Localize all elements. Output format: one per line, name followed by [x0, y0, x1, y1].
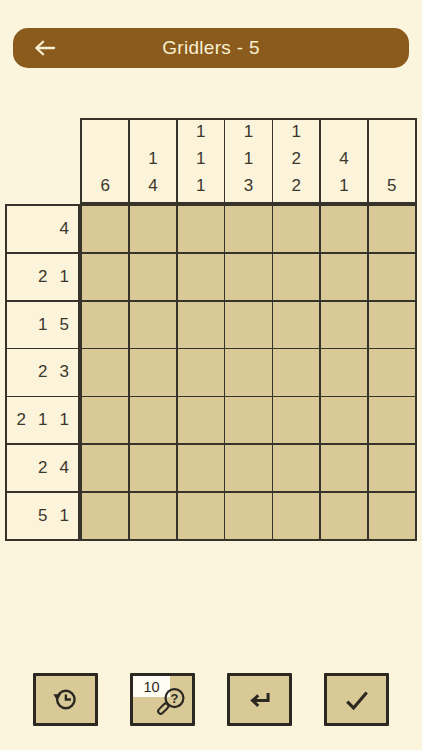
- clue-number: 4: [148, 176, 157, 196]
- grid-cell[interactable]: [82, 254, 128, 300]
- clue-number: 2: [292, 176, 301, 196]
- clue-number: 1: [60, 506, 69, 526]
- grid-cell[interactable]: [273, 397, 319, 443]
- clue-number: 5: [387, 176, 396, 196]
- clue-number: 1: [148, 149, 157, 169]
- clue-number: 4: [60, 458, 69, 478]
- clue-number: 3: [244, 176, 253, 196]
- grid-cell[interactable]: [130, 254, 176, 300]
- grid-cell[interactable]: [82, 206, 128, 252]
- grid-cell[interactable]: [273, 254, 319, 300]
- row-clue-cell: 15: [7, 302, 78, 348]
- grid-cell[interactable]: [321, 206, 367, 252]
- col-clue-cell: 6: [82, 120, 128, 202]
- grid-cell[interactable]: [82, 302, 128, 348]
- col-clue-cell: 41: [321, 120, 367, 202]
- row-clue-cell: 4: [7, 206, 78, 252]
- clue-number: 1: [196, 176, 205, 196]
- col-clue-cell: 14: [130, 120, 176, 202]
- clue-number: 1: [196, 149, 205, 169]
- grid-cell[interactable]: [178, 206, 224, 252]
- grid-cell[interactable]: [273, 302, 319, 348]
- grid-cell[interactable]: [369, 445, 415, 491]
- grid-cell[interactable]: [225, 493, 271, 539]
- grid-cell[interactable]: [130, 302, 176, 348]
- page-title: Gridlers - 5: [162, 37, 260, 59]
- back-arrow-icon: [33, 39, 56, 57]
- grid-cell[interactable]: [369, 397, 415, 443]
- grid-cell[interactable]: [130, 493, 176, 539]
- gridlers-screen: Gridlers - 5 614111113122415 42115232112…: [0, 0, 422, 750]
- grid-cell[interactable]: [130, 397, 176, 443]
- grid-cell[interactable]: [130, 349, 176, 395]
- magnifier-question-icon: ?: [151, 683, 189, 721]
- clue-number: 2: [38, 458, 47, 478]
- row-clue-cell: 24: [7, 445, 78, 491]
- grid-cell[interactable]: [225, 349, 271, 395]
- grid-cell[interactable]: [273, 493, 319, 539]
- grid-cell[interactable]: [178, 397, 224, 443]
- row-clues: 42115232112451: [5, 204, 80, 541]
- row-clue-cell: 211: [7, 397, 78, 443]
- grid-cell[interactable]: [273, 445, 319, 491]
- row-clue-cell: 23: [7, 349, 78, 395]
- grid-cell[interactable]: [369, 302, 415, 348]
- grid-cell[interactable]: [178, 302, 224, 348]
- svg-text:?: ?: [171, 691, 179, 706]
- clue-number: 6: [100, 176, 109, 196]
- puzzle-grid: [80, 204, 417, 541]
- grid-cell[interactable]: [369, 493, 415, 539]
- clue-number: 5: [38, 506, 47, 526]
- clue-number: 1: [339, 176, 348, 196]
- grid-cell[interactable]: [82, 445, 128, 491]
- grid-cell[interactable]: [369, 206, 415, 252]
- grid-cell[interactable]: [321, 349, 367, 395]
- grid-cell[interactable]: [82, 493, 128, 539]
- grid-cell[interactable]: [178, 349, 224, 395]
- grid-cell[interactable]: [273, 206, 319, 252]
- clue-number: 1: [244, 149, 253, 169]
- grid-cell[interactable]: [273, 349, 319, 395]
- back-button[interactable]: [23, 28, 65, 68]
- checkmark-icon: [341, 686, 373, 714]
- clue-number: 5: [60, 315, 69, 335]
- hint-button[interactable]: 10 ?: [130, 673, 195, 726]
- col-clue-cell: 111: [178, 120, 224, 202]
- row-clue-cell: 51: [7, 493, 78, 539]
- clue-number: 2: [292, 149, 301, 169]
- grid-cell[interactable]: [82, 397, 128, 443]
- clue-number: 2: [38, 267, 47, 287]
- grid-cell[interactable]: [321, 493, 367, 539]
- return-button[interactable]: [227, 673, 292, 726]
- check-button[interactable]: [324, 673, 389, 726]
- col-clue-cell: 5: [369, 120, 415, 202]
- clue-number: 4: [339, 149, 348, 169]
- clue-number: 2: [38, 362, 47, 382]
- grid-cell[interactable]: [130, 206, 176, 252]
- history-clock-icon: [50, 684, 81, 715]
- clue-number: 1: [196, 122, 205, 142]
- column-clues: 614111113122415: [80, 118, 417, 204]
- clue-number: 1: [38, 315, 47, 335]
- grid-cell[interactable]: [225, 445, 271, 491]
- grid-cell[interactable]: [178, 254, 224, 300]
- grid-cell[interactable]: [178, 493, 224, 539]
- grid-cell[interactable]: [321, 302, 367, 348]
- col-clue-cell: 122: [273, 120, 319, 202]
- header-bar: Gridlers - 5: [13, 28, 409, 68]
- grid-cell[interactable]: [225, 302, 271, 348]
- toolbar: 10 ?: [33, 673, 389, 726]
- grid-cell[interactable]: [225, 206, 271, 252]
- clue-number: 2: [17, 410, 26, 430]
- grid-cell[interactable]: [225, 254, 271, 300]
- clue-number: 4: [60, 219, 69, 239]
- grid-cell[interactable]: [321, 254, 367, 300]
- grid-cell[interactable]: [369, 254, 415, 300]
- grid-cell[interactable]: [369, 349, 415, 395]
- clue-number: 1: [244, 122, 253, 142]
- grid-cell[interactable]: [178, 445, 224, 491]
- grid-cell[interactable]: [321, 445, 367, 491]
- undo-history-button[interactable]: [33, 673, 98, 726]
- clue-number: 1: [38, 410, 47, 430]
- grid-cell[interactable]: [321, 397, 367, 443]
- return-arrow-icon: [245, 686, 275, 714]
- clue-number: 1: [292, 122, 301, 142]
- row-clue-cell: 21: [7, 254, 78, 300]
- clue-number: 3: [60, 362, 69, 382]
- grid-cell[interactable]: [130, 445, 176, 491]
- clue-number: 1: [60, 410, 69, 430]
- clue-number: 1: [60, 267, 69, 287]
- col-clue-cell: 113: [225, 120, 271, 202]
- grid-cell[interactable]: [82, 349, 128, 395]
- grid-cell[interactable]: [225, 397, 271, 443]
